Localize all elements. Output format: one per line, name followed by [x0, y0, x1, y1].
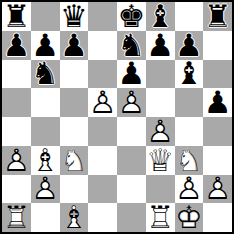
piece-outline-glyph: ♖: [2, 203, 31, 232]
piece-outline-glyph: ♙: [2, 146, 31, 175]
piece-outline-glyph: ♘: [60, 146, 89, 175]
square-f8[interactable]: ♝: [146, 2, 175, 31]
square-c6[interactable]: [60, 60, 89, 89]
piece-outline-glyph: ♙: [175, 175, 204, 204]
square-a3[interactable]: ♟♙: [2, 146, 31, 175]
square-b6[interactable]: ♞: [31, 60, 60, 89]
square-g1[interactable]: ♚♔: [175, 203, 204, 232]
square-h6[interactable]: [203, 60, 232, 89]
square-e2[interactable]: [117, 175, 146, 204]
square-a2[interactable]: [2, 175, 31, 204]
square-b2[interactable]: ♟♙: [31, 175, 60, 204]
square-b3[interactable]: ♝♗: [31, 146, 60, 175]
white-king-piece[interactable]: ♚♔: [175, 203, 204, 232]
square-d5[interactable]: ♟♙: [88, 88, 117, 117]
square-f1[interactable]: ♜♖: [146, 203, 175, 232]
square-c7[interactable]: ♟: [60, 31, 89, 60]
square-e3[interactable]: [117, 146, 146, 175]
square-c2[interactable]: [60, 175, 89, 204]
square-f4[interactable]: ♟♙: [146, 117, 175, 146]
square-g8[interactable]: [175, 2, 204, 31]
white-bishop-piece[interactable]: ♝♗: [60, 203, 89, 232]
white-rook-piece[interactable]: ♜♖: [146, 203, 175, 232]
piece-outline-glyph: ♙: [146, 117, 175, 146]
white-pawn-piece[interactable]: ♟♙: [146, 117, 175, 146]
black-pawn-piece[interactable]: ♟: [146, 31, 175, 60]
square-d1[interactable]: [88, 203, 117, 232]
square-f5[interactable]: [146, 88, 175, 117]
black-king-piece[interactable]: ♚: [117, 2, 146, 31]
square-h4[interactable]: [203, 117, 232, 146]
square-a4[interactable]: [2, 117, 31, 146]
square-g7[interactable]: ♟: [175, 31, 204, 60]
square-b8[interactable]: [31, 2, 60, 31]
square-h3[interactable]: [203, 146, 232, 175]
white-pawn-piece[interactable]: ♟♙: [88, 88, 117, 117]
white-bishop-piece[interactable]: ♝♗: [31, 146, 60, 175]
white-rook-piece[interactable]: ♜♖: [2, 203, 31, 232]
black-knight-piece[interactable]: ♞: [117, 31, 146, 60]
square-c5[interactable]: [60, 88, 89, 117]
piece-outline-glyph: ♕: [146, 146, 175, 175]
white-knight-piece[interactable]: ♞♘: [60, 146, 89, 175]
square-d2[interactable]: [88, 175, 117, 204]
square-e5[interactable]: ♟♙: [117, 88, 146, 117]
square-e7[interactable]: ♞: [117, 31, 146, 60]
white-pawn-piece[interactable]: ♟♙: [175, 175, 204, 204]
chess-board-frame: ♜♛♚♝♜♟♟♟♞♟♟♞♟♝♟♙♟♙♟♟♙♟♙♝♗♞♘♛♕♞♘♟♙♟♙♟♙♜♖♝…: [0, 0, 234, 234]
square-a7[interactable]: ♟: [2, 31, 31, 60]
black-pawn-piece[interactable]: ♟: [60, 31, 89, 60]
square-g3[interactable]: ♞♘: [175, 146, 204, 175]
black-pawn-piece[interactable]: ♟: [2, 31, 31, 60]
square-a8[interactable]: ♜: [2, 2, 31, 31]
black-bishop-piece[interactable]: ♝: [146, 2, 175, 31]
square-h7[interactable]: [203, 31, 232, 60]
white-knight-piece[interactable]: ♞♘: [175, 146, 204, 175]
square-g6[interactable]: ♝: [175, 60, 204, 89]
square-b5[interactable]: [31, 88, 60, 117]
square-c1[interactable]: ♝♗: [60, 203, 89, 232]
white-pawn-piece[interactable]: ♟♙: [2, 146, 31, 175]
black-pawn-piece[interactable]: ♟: [203, 88, 232, 117]
square-d7[interactable]: [88, 31, 117, 60]
square-f7[interactable]: ♟: [146, 31, 175, 60]
square-d6[interactable]: [88, 60, 117, 89]
black-rook-piece[interactable]: ♜: [2, 2, 31, 31]
piece-outline-glyph: ♙: [88, 88, 117, 117]
square-e8[interactable]: ♚: [117, 2, 146, 31]
square-g4[interactable]: [175, 117, 204, 146]
black-queen-piece[interactable]: ♛: [60, 2, 89, 31]
square-c8[interactable]: ♛: [60, 2, 89, 31]
square-f3[interactable]: ♛♕: [146, 146, 175, 175]
black-pawn-piece[interactable]: ♟: [31, 31, 60, 60]
square-h1[interactable]: [203, 203, 232, 232]
white-pawn-piece[interactable]: ♟♙: [203, 175, 232, 204]
square-h2[interactable]: ♟♙: [203, 175, 232, 204]
piece-outline-glyph: ♔: [175, 203, 204, 232]
square-a6[interactable]: [2, 60, 31, 89]
square-a1[interactable]: ♜♖: [2, 203, 31, 232]
black-bishop-piece[interactable]: ♝: [175, 60, 204, 89]
piece-outline-glyph: ♙: [117, 88, 146, 117]
square-e1[interactable]: [117, 203, 146, 232]
square-f6[interactable]: [146, 60, 175, 89]
chess-board: ♜♛♚♝♜♟♟♟♞♟♟♞♟♝♟♙♟♙♟♟♙♟♙♝♗♞♘♛♕♞♘♟♙♟♙♟♙♜♖♝…: [2, 2, 232, 232]
square-h5[interactable]: ♟: [203, 88, 232, 117]
square-a5[interactable]: [2, 88, 31, 117]
black-rook-piece[interactable]: ♜: [203, 2, 232, 31]
white-pawn-piece[interactable]: ♟♙: [117, 88, 146, 117]
piece-outline-glyph: ♙: [31, 175, 60, 204]
piece-outline-glyph: ♖: [146, 203, 175, 232]
square-d4[interactable]: [88, 117, 117, 146]
square-b1[interactable]: [31, 203, 60, 232]
square-e6[interactable]: ♟: [117, 60, 146, 89]
square-g2[interactable]: ♟♙: [175, 175, 204, 204]
piece-outline-glyph: ♗: [31, 146, 60, 175]
white-pawn-piece[interactable]: ♟♙: [31, 175, 60, 204]
piece-outline-glyph: ♘: [175, 146, 204, 175]
piece-outline-glyph: ♗: [60, 203, 89, 232]
square-b4[interactable]: [31, 117, 60, 146]
black-pawn-piece[interactable]: ♟: [117, 60, 146, 89]
square-h8[interactable]: ♜: [203, 2, 232, 31]
black-pawn-piece[interactable]: ♟: [175, 31, 204, 60]
square-g5[interactable]: [175, 88, 204, 117]
square-c4[interactable]: [60, 117, 89, 146]
black-knight-piece[interactable]: ♞: [31, 60, 60, 89]
square-e4[interactable]: [117, 117, 146, 146]
square-d8[interactable]: [88, 2, 117, 31]
square-c3[interactable]: ♞♘: [60, 146, 89, 175]
piece-outline-glyph: ♙: [203, 175, 232, 204]
square-b7[interactable]: ♟: [31, 31, 60, 60]
white-queen-piece[interactable]: ♛♕: [146, 146, 175, 175]
square-d3[interactable]: [88, 146, 117, 175]
square-f2[interactable]: [146, 175, 175, 204]
